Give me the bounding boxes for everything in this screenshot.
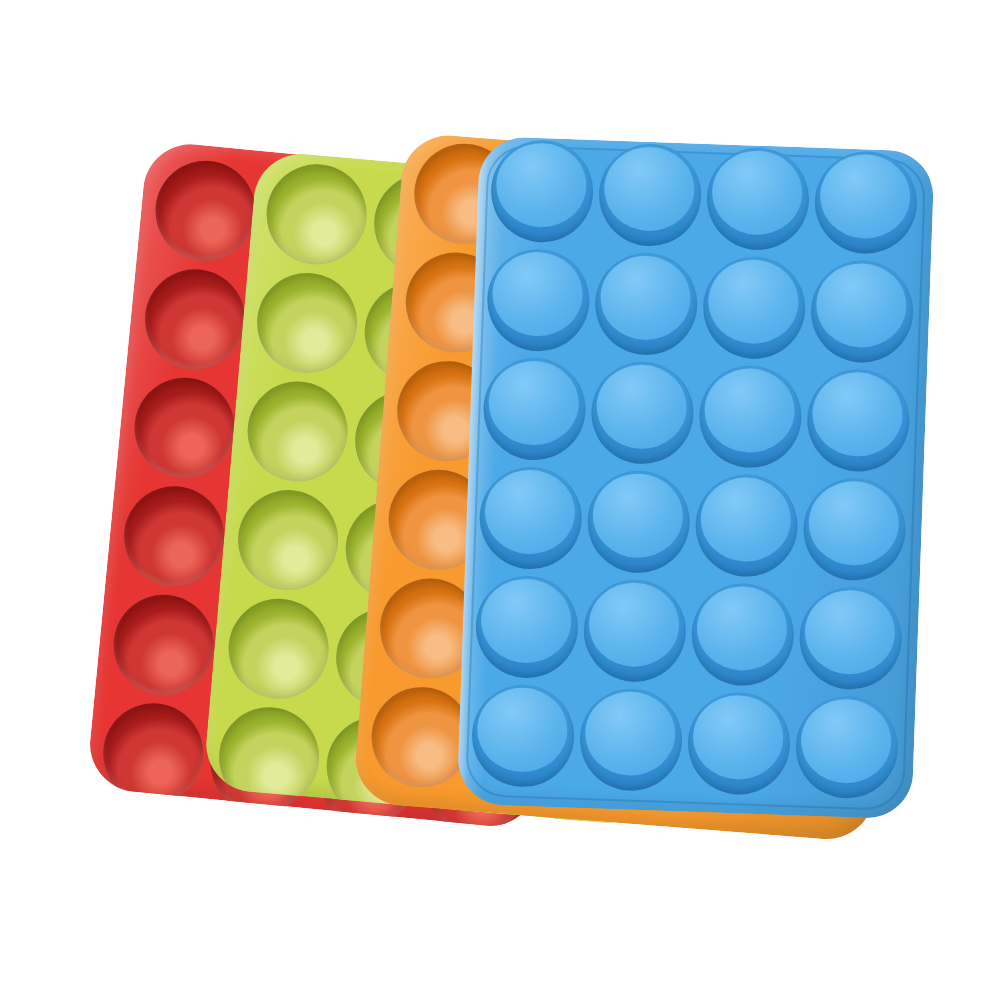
muffin-cup-bump [794, 694, 899, 799]
muffin-cup-bump [701, 254, 806, 359]
muffin-cup-bump [597, 142, 702, 247]
muffin-mold-product-photo [0, 0, 1000, 1000]
muffin-cup-bump [478, 465, 583, 570]
muffin-cup-cavity [262, 160, 370, 268]
muffin-cup-bump [489, 138, 594, 243]
muffin-cup-cavity [243, 377, 351, 485]
muffin-cup-bump [694, 472, 799, 577]
muffin-cup-bump [809, 258, 914, 363]
muffin-cup-bump [813, 149, 918, 254]
muffin-cup-cavity [224, 594, 332, 702]
cup-grid-blue [457, 122, 935, 815]
muffin-cup-cavity [151, 156, 260, 265]
muffin-cup-cavity [253, 268, 361, 376]
tray-blue [457, 136, 935, 819]
muffin-cup-bump [482, 356, 587, 461]
muffin-cup-bump [698, 363, 803, 468]
muffin-cup-bump [806, 367, 911, 472]
muffin-cup-bump [578, 686, 683, 791]
muffin-cup-bump [586, 469, 691, 574]
muffin-cup-bump [686, 690, 791, 795]
muffin-cup-bump [582, 577, 687, 682]
muffin-cup-cavity [130, 373, 239, 482]
muffin-cup-bump [802, 476, 907, 581]
muffin-cup-cavity [99, 698, 208, 807]
muffin-cup-cavity [109, 590, 218, 699]
muffin-cup-bump [690, 581, 795, 686]
muffin-cup-bump [486, 247, 591, 352]
muffin-cup-bump [474, 574, 579, 679]
muffin-cup-cavity [120, 481, 229, 590]
muffin-cup-cavity [234, 485, 342, 593]
muffin-cup-cavity [141, 264, 250, 373]
muffin-cup-bump [590, 360, 695, 465]
muffin-cup-bump [594, 251, 699, 356]
muffin-cup-bump [798, 585, 903, 690]
muffin-cup-bump [470, 683, 575, 788]
muffin-cup-bump [705, 145, 810, 250]
